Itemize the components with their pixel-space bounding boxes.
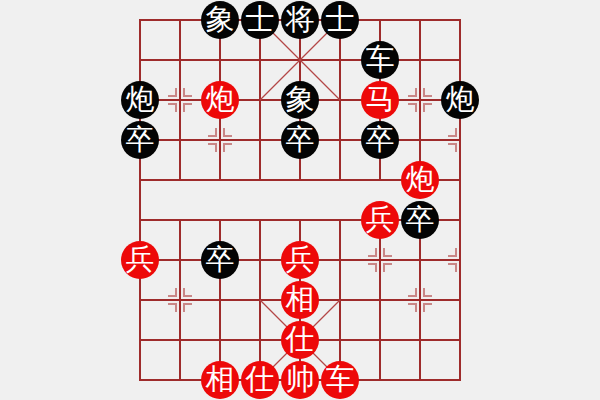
piece-label: 卒 bbox=[206, 245, 235, 274]
black-advisor[interactable]: 士 bbox=[321, 1, 359, 39]
piece-label: 炮 bbox=[406, 165, 435, 194]
piece-label: 炮 bbox=[126, 85, 155, 114]
black-cannon[interactable]: 炮 bbox=[441, 81, 479, 119]
piece-label: 帅 bbox=[286, 365, 315, 394]
piece-label: 仕 bbox=[286, 325, 315, 354]
red-chariot[interactable]: 车 bbox=[321, 361, 359, 399]
red-cannon[interactable]: 炮 bbox=[201, 81, 239, 119]
black-cannon[interactable]: 炮 bbox=[121, 81, 159, 119]
piece-label: 卒 bbox=[366, 125, 395, 154]
piece-label: 马 bbox=[366, 85, 395, 114]
piece-label: 卒 bbox=[126, 125, 155, 154]
piece-label: 相 bbox=[286, 285, 315, 314]
red-horse[interactable]: 马 bbox=[361, 81, 399, 119]
piece-label: 相 bbox=[206, 365, 235, 394]
black-advisor[interactable]: 士 bbox=[241, 1, 279, 39]
black-elephant[interactable]: 象 bbox=[201, 1, 239, 39]
piece-label: 仕 bbox=[246, 365, 275, 394]
piece-label: 兵 bbox=[366, 205, 395, 234]
black-soldier[interactable]: 卒 bbox=[281, 121, 319, 159]
black-soldier[interactable]: 卒 bbox=[201, 241, 239, 279]
red-soldier[interactable]: 兵 bbox=[281, 241, 319, 279]
red-general[interactable]: 帅 bbox=[281, 361, 319, 399]
black-general[interactable]: 将 bbox=[281, 1, 319, 39]
piece-label: 象 bbox=[206, 5, 235, 34]
red-soldier[interactable]: 兵 bbox=[361, 201, 399, 239]
piece-label: 车 bbox=[326, 365, 355, 394]
piece-label: 卒 bbox=[406, 205, 435, 234]
red-cannon[interactable]: 炮 bbox=[401, 161, 439, 199]
black-chariot[interactable]: 车 bbox=[361, 41, 399, 79]
red-advisor[interactable]: 仕 bbox=[241, 361, 279, 399]
piece-label: 士 bbox=[326, 5, 355, 34]
red-elephant[interactable]: 相 bbox=[201, 361, 239, 399]
piece-label: 炮 bbox=[206, 85, 235, 114]
red-advisor[interactable]: 仕 bbox=[281, 321, 319, 359]
piece-label: 象 bbox=[286, 85, 315, 114]
black-elephant[interactable]: 象 bbox=[281, 81, 319, 119]
red-soldier[interactable]: 兵 bbox=[121, 241, 159, 279]
piece-label: 士 bbox=[246, 5, 275, 34]
black-soldier[interactable]: 卒 bbox=[401, 201, 439, 239]
piece-label: 兵 bbox=[126, 245, 155, 274]
piece-label: 卒 bbox=[286, 125, 315, 154]
piece-label: 兵 bbox=[286, 245, 315, 274]
piece-label: 炮 bbox=[446, 85, 475, 114]
black-soldier[interactable]: 卒 bbox=[361, 121, 399, 159]
black-soldier[interactable]: 卒 bbox=[121, 121, 159, 159]
red-elephant[interactable]: 相 bbox=[281, 281, 319, 319]
piece-label: 将 bbox=[286, 5, 315, 34]
piece-label: 车 bbox=[366, 45, 395, 74]
xiangqi-board: 象士将士车炮象炮卒卒卒卒卒炮马炮兵兵兵相仕相仕帅车 bbox=[0, 0, 600, 400]
